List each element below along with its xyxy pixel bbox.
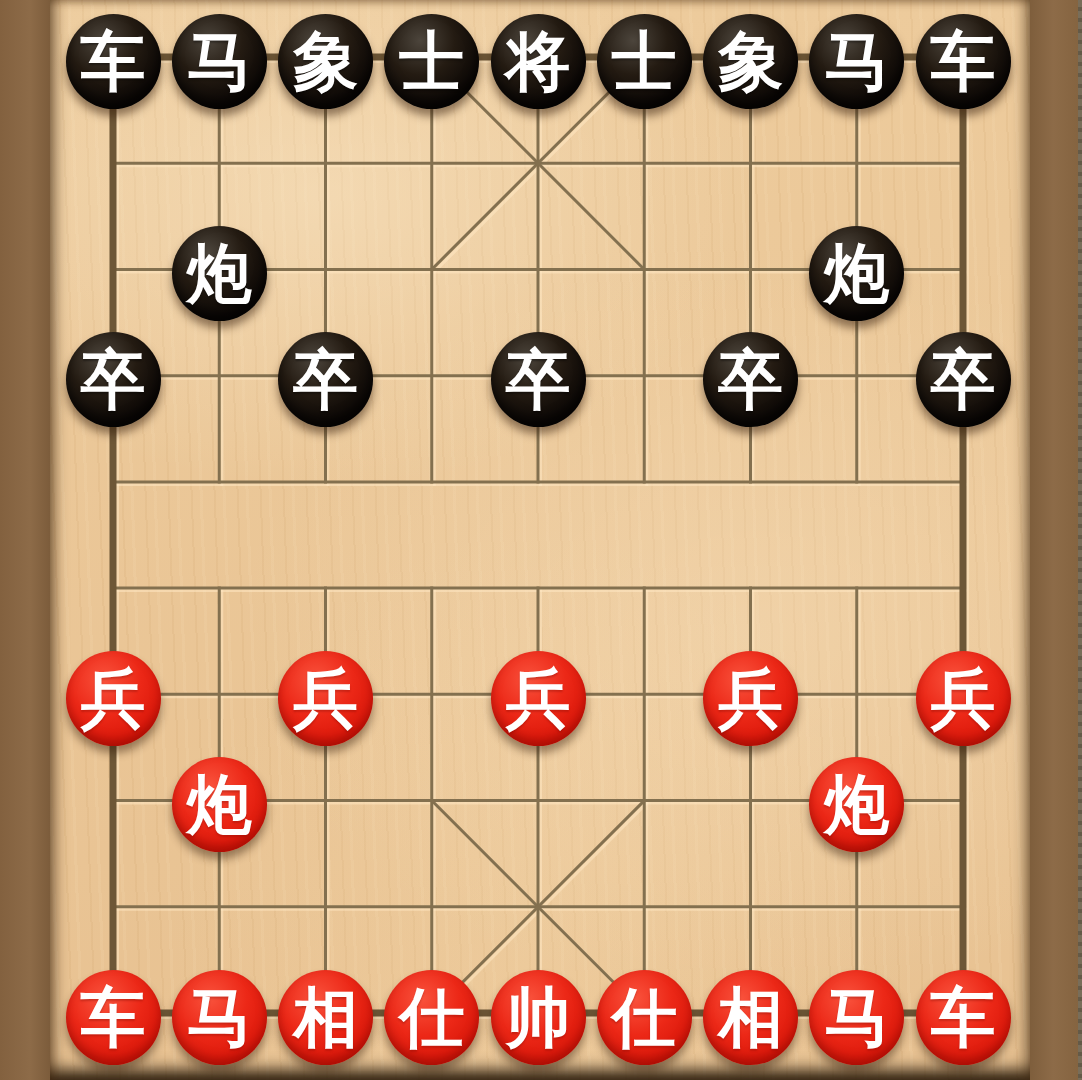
pieces-layer: 车马象士将士象马车炮炮卒卒卒卒卒兵兵兵兵兵炮炮车马相仕帅仕相马车 [0,0,1082,1080]
piece-red-soldier-c4[interactable]: 兵 [278,651,373,746]
piece-black-horse-b10[interactable]: 马 [172,14,267,109]
piece-black-horse-h10[interactable]: 马 [809,14,904,109]
piece-red-cannon-h3[interactable]: 炮 [809,757,904,852]
piece-black-general-e10[interactable]: 将 [491,14,586,109]
screen-edge-artifact [1078,0,1082,1080]
piece-black-soldier-g7[interactable]: 卒 [703,332,798,427]
piece-red-advisor-d1[interactable]: 仕 [384,970,479,1065]
piece-black-soldier-c7[interactable]: 卒 [278,332,373,427]
piece-black-chariot-i10[interactable]: 车 [916,14,1011,109]
piece-red-soldier-i4[interactable]: 兵 [916,651,1011,746]
piece-red-cannon-b3[interactable]: 炮 [172,757,267,852]
piece-red-advisor-f1[interactable]: 仕 [597,970,692,1065]
piece-black-advisor-d10[interactable]: 士 [384,14,479,109]
piece-red-elephant-c1[interactable]: 相 [278,970,373,1065]
piece-red-chariot-i1[interactable]: 车 [916,970,1011,1065]
piece-red-chariot-a1[interactable]: 车 [66,970,161,1065]
piece-red-elephant-g1[interactable]: 相 [703,970,798,1065]
piece-black-cannon-b8[interactable]: 炮 [172,226,267,321]
piece-black-cannon-h8[interactable]: 炮 [809,226,904,321]
piece-red-general-e1[interactable]: 帅 [491,970,586,1065]
piece-red-soldier-e4[interactable]: 兵 [491,651,586,746]
piece-red-soldier-g4[interactable]: 兵 [703,651,798,746]
piece-black-advisor-f10[interactable]: 士 [597,14,692,109]
xiangqi-app: { "game": "xiangqi", "position": { "fen"… [0,0,1082,1080]
piece-black-soldier-i7[interactable]: 卒 [916,332,1011,427]
piece-red-horse-h1[interactable]: 马 [809,970,904,1065]
piece-red-horse-b1[interactable]: 马 [172,970,267,1065]
piece-red-soldier-a4[interactable]: 兵 [66,651,161,746]
piece-black-soldier-e7[interactable]: 卒 [491,332,586,427]
piece-black-elephant-c10[interactable]: 象 [278,14,373,109]
piece-black-soldier-a7[interactable]: 卒 [66,332,161,427]
piece-black-elephant-g10[interactable]: 象 [703,14,798,109]
piece-black-chariot-a10[interactable]: 车 [66,14,161,109]
